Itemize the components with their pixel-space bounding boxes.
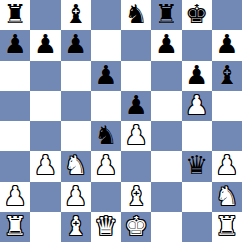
piece-black-pawn-d6[interactable]: ♟ [94,62,117,88]
square-g7[interactable] [182,30,212,60]
square-h4[interactable] [212,121,242,151]
square-a4[interactable] [0,121,30,151]
square-h3[interactable]: ♟ [212,151,242,181]
square-e2[interactable]: ♝ [121,182,151,212]
square-d5[interactable] [91,91,121,121]
square-d4[interactable]: ♞ [91,121,121,151]
piece-black-knight-e8[interactable]: ♞ [124,1,147,27]
piece-white-pawn-b3[interactable]: ♟ [34,152,57,178]
square-f1[interactable] [151,212,181,242]
square-e3[interactable] [121,151,151,181]
square-b1[interactable] [30,212,60,242]
piece-black-queen-g3[interactable]: ♛ [185,152,208,178]
square-d1[interactable]: ♛ [91,212,121,242]
square-d8[interactable] [91,0,121,30]
piece-white-rook-a1[interactable]: ♜ [3,213,26,239]
square-f5[interactable] [151,91,181,121]
square-e4[interactable]: ♟ [121,121,151,151]
square-b5[interactable] [30,91,60,121]
piece-black-pawn-b7[interactable]: ♟ [34,31,57,57]
square-c4[interactable] [61,121,91,151]
piece-white-pawn-c2[interactable]: ♟ [64,183,87,209]
square-d3[interactable]: ♟ [91,151,121,181]
square-g3[interactable]: ♛ [182,151,212,181]
square-h1[interactable]: ♜ [212,212,242,242]
square-b6[interactable] [30,61,60,91]
piece-white-pawn-d3[interactable]: ♟ [94,152,117,178]
square-f3[interactable] [151,151,181,181]
square-h8[interactable] [212,0,242,30]
square-a8[interactable]: ♜ [0,0,30,30]
piece-black-bishop-h6[interactable]: ♝ [215,62,238,88]
square-e7[interactable] [121,30,151,60]
square-g2[interactable] [182,182,212,212]
piece-black-rook-a8[interactable]: ♜ [3,1,26,27]
piece-white-king-e1[interactable]: ♚ [124,213,147,239]
square-d7[interactable] [91,30,121,60]
square-b4[interactable] [30,121,60,151]
piece-black-pawn-c7[interactable]: ♟ [64,31,87,57]
piece-white-knight-c3[interactable]: ♞ [64,152,87,178]
square-g4[interactable] [182,121,212,151]
piece-black-pawn-h7[interactable]: ♟ [215,31,238,57]
square-c2[interactable]: ♟ [61,182,91,212]
piece-white-bishop-e2[interactable]: ♝ [124,183,147,209]
square-c3[interactable]: ♞ [61,151,91,181]
square-b3[interactable]: ♟ [30,151,60,181]
square-a5[interactable] [0,91,30,121]
square-g6[interactable]: ♟ [182,61,212,91]
piece-black-king-g8[interactable]: ♚ [185,1,208,27]
square-c6[interactable] [61,61,91,91]
square-e1[interactable]: ♚ [121,212,151,242]
piece-black-knight-d4[interactable]: ♞ [94,122,117,148]
piece-black-pawn-f7[interactable]: ♟ [155,31,178,57]
piece-white-pawn-g5[interactable]: ♟ [185,92,208,118]
square-a1[interactable]: ♜ [0,212,30,242]
square-d2[interactable] [91,182,121,212]
square-b7[interactable]: ♟ [30,30,60,60]
square-c1[interactable]: ♝ [61,212,91,242]
square-f2[interactable] [151,182,181,212]
square-c5[interactable] [61,91,91,121]
square-f7[interactable]: ♟ [151,30,181,60]
square-e6[interactable] [121,61,151,91]
square-e5[interactable]: ♟ [121,91,151,121]
piece-black-pawn-g6[interactable]: ♟ [185,62,208,88]
piece-black-pawn-a7[interactable]: ♟ [3,31,26,57]
piece-black-rook-f8[interactable]: ♜ [155,1,178,27]
square-g1[interactable] [182,212,212,242]
piece-black-bishop-c8[interactable]: ♝ [64,1,87,27]
square-c7[interactable]: ♟ [61,30,91,60]
piece-white-rook-h1[interactable]: ♜ [215,213,238,239]
piece-white-queen-d1[interactable]: ♛ [94,213,117,239]
piece-black-pawn-e5[interactable]: ♟ [124,92,147,118]
piece-white-pawn-a2[interactable]: ♟ [3,183,26,209]
chess-board: ♜♝♞♜♚♟♟♟♟♟♟♟♝♟♟♞♟♟♞♟♛♟♟♟♝♞♜♝♛♚♜ [0,0,242,242]
square-g8[interactable]: ♚ [182,0,212,30]
piece-white-pawn-h3[interactable]: ♟ [215,152,238,178]
piece-white-knight-h2[interactable]: ♞ [215,183,238,209]
square-f6[interactable] [151,61,181,91]
square-a3[interactable] [0,151,30,181]
piece-white-pawn-e4[interactable]: ♟ [124,122,147,148]
square-e8[interactable]: ♞ [121,0,151,30]
square-a6[interactable] [0,61,30,91]
square-h5[interactable] [212,91,242,121]
square-g5[interactable]: ♟ [182,91,212,121]
square-h7[interactable]: ♟ [212,30,242,60]
square-a2[interactable]: ♟ [0,182,30,212]
piece-white-bishop-c1[interactable]: ♝ [64,213,87,239]
square-f4[interactable] [151,121,181,151]
square-f8[interactable]: ♜ [151,0,181,30]
square-a7[interactable]: ♟ [0,30,30,60]
square-c8[interactable]: ♝ [61,0,91,30]
square-b8[interactable] [30,0,60,30]
square-d6[interactable]: ♟ [91,61,121,91]
square-h2[interactable]: ♞ [212,182,242,212]
square-h6[interactable]: ♝ [212,61,242,91]
square-b2[interactable] [30,182,60,212]
